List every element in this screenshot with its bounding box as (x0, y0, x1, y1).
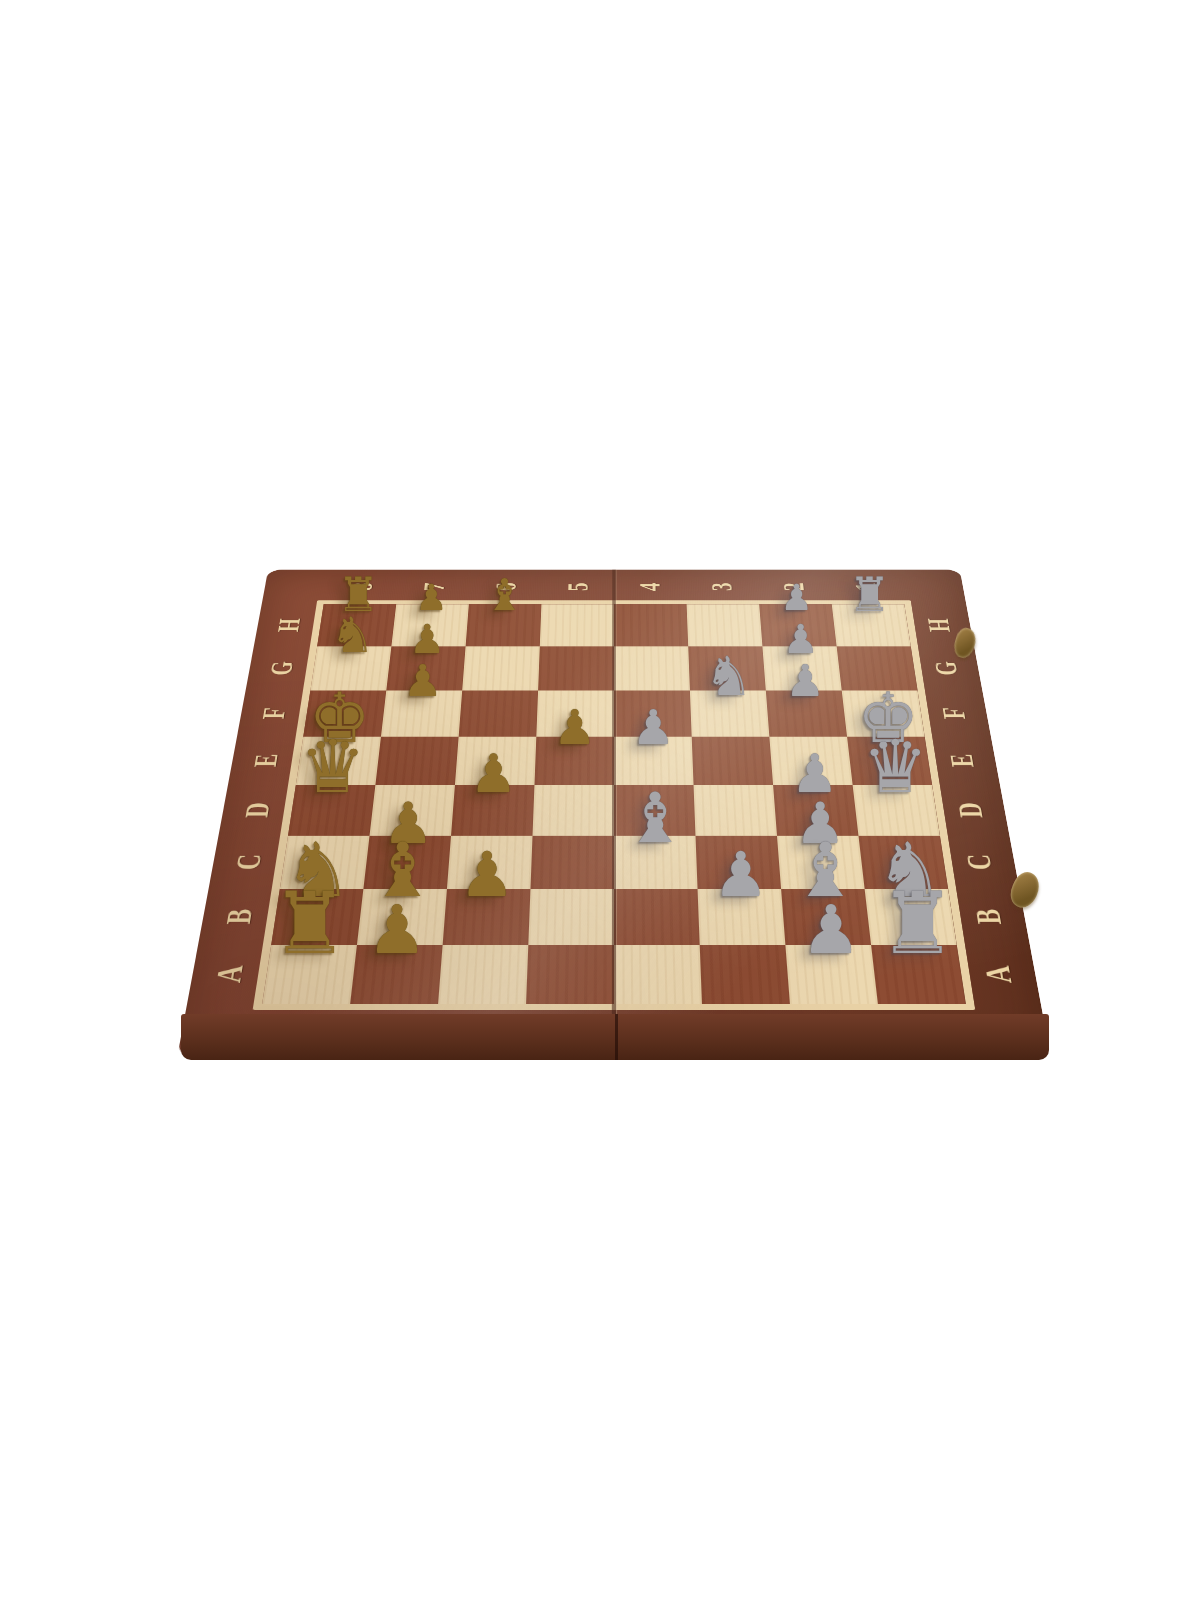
piece-white-p-a2[interactable]: ♟ (801, 897, 861, 964)
square-h3[interactable] (687, 604, 763, 646)
coordinate-label: E (223, 740, 309, 781)
piece-black-p-e5[interactable]: ♟ (553, 702, 596, 750)
piece-white-b-c4[interactable]: ♝ (624, 785, 686, 854)
square-a6[interactable] (438, 945, 528, 1004)
piece-white-p-f2[interactable]: ♟ (786, 659, 825, 703)
fold-seam (612, 570, 616, 1057)
square-b4[interactable] (614, 889, 700, 945)
square-a3[interactable] (700, 945, 790, 1004)
coordinate-label: H (249, 607, 329, 643)
square-d3[interactable] (694, 785, 777, 836)
square-b5[interactable] (528, 889, 614, 945)
board-front-edge (181, 1014, 1049, 1060)
piece-white-p-g2[interactable]: ♟ (783, 619, 819, 659)
square-g4[interactable] (614, 646, 690, 690)
product-photo: HGFEDCBA HGFEDCBA 87654321 87654321 ♜♞♛♚… (0, 0, 1200, 1600)
square-e7[interactable] (375, 737, 458, 785)
piece-black-r-a8[interactable]: ♜ (272, 880, 349, 966)
square-a5[interactable] (526, 945, 614, 1004)
fold-seam-front (615, 1014, 618, 1060)
piece-black-p-d6[interactable]: ♟ (470, 747, 518, 800)
piece-black-p-h7[interactable]: ♟ (415, 580, 447, 616)
piece-black-p-a7[interactable]: ♟ (367, 897, 427, 964)
coordinate-label: 3 (690, 567, 754, 607)
piece-white-p-b3[interactable]: ♟ (713, 845, 769, 907)
piece-black-n-g8[interactable]: ♞ (330, 611, 374, 660)
square-g6[interactable] (462, 646, 540, 690)
chess-board-3d: HGFEDCBA HGFEDCBA 87654321 87654321 (177, 570, 1051, 1057)
square-h4[interactable] (614, 604, 688, 646)
piece-black-b-h6[interactable]: ♝ (485, 573, 524, 617)
square-d5[interactable] (533, 785, 614, 836)
piece-white-r-a1[interactable]: ♜ (879, 880, 956, 966)
piece-black-q-d8[interactable]: ♛ (300, 729, 365, 802)
piece-white-r-h1[interactable]: ♜ (849, 571, 891, 618)
square-f6[interactable] (459, 690, 538, 736)
coordinate-label: E (920, 740, 1006, 781)
piece-white-n-f3[interactable]: ♞ (705, 650, 753, 704)
coordinate-label: 4 (619, 567, 681, 607)
piece-white-p-e4[interactable]: ♟ (632, 702, 675, 750)
square-e3[interactable] (692, 737, 773, 785)
piece-black-p-b6[interactable]: ♟ (459, 845, 515, 907)
piece-white-q-d1[interactable]: ♛ (862, 729, 927, 802)
square-c5[interactable] (530, 836, 614, 889)
square-g5[interactable] (538, 646, 614, 690)
square-h5[interactable] (540, 604, 614, 646)
coordinate-label: 5 (547, 567, 609, 607)
square-a4[interactable] (614, 945, 702, 1004)
piece-black-p-f7[interactable]: ♟ (403, 659, 442, 703)
piece-white-p-h2[interactable]: ♟ (780, 580, 812, 616)
piece-black-p-g7[interactable]: ♟ (409, 619, 445, 659)
